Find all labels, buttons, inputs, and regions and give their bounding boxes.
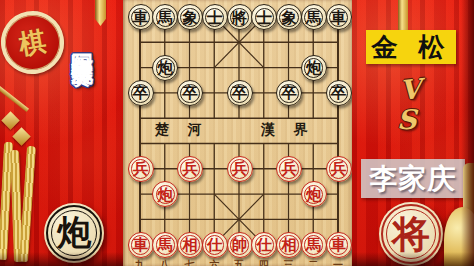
- piece-black-soldier[interactable]: 卒: [276, 80, 302, 106]
- piece-red-soldier[interactable]: 兵: [326, 156, 352, 182]
- player-name-top: 金 松: [366, 30, 456, 64]
- piece-black-horse[interactable]: 馬: [152, 4, 178, 30]
- file-number: 七: [177, 258, 202, 266]
- right-curtain-panel: 金 松 V S 李家庆 将: [352, 0, 474, 266]
- piece-red-chariot[interactable]: 車: [128, 232, 154, 258]
- piece-black-elephant[interactable]: 象: [276, 4, 302, 30]
- piece-black-horse[interactable]: 馬: [301, 4, 327, 30]
- piece-red-cannon[interactable]: 炮: [152, 181, 178, 207]
- file-number: 九: [128, 258, 153, 266]
- piece-red-elephant[interactable]: 相: [177, 232, 203, 258]
- tassel-knot-icon: [1, 111, 19, 129]
- file-number-row: 九八七六五四三二一: [128, 258, 351, 266]
- curtain-edge-shade: [461, 0, 474, 266]
- piece-red-elephant[interactable]: 相: [276, 232, 302, 258]
- piece-red-soldier[interactable]: 兵: [177, 156, 203, 182]
- piece-red-horse[interactable]: 馬: [301, 232, 327, 258]
- piece-black-soldier[interactable]: 卒: [227, 80, 253, 106]
- file-number: 一: [326, 258, 351, 266]
- curtain-pendant-icon: [95, 0, 106, 26]
- piece-black-cannon[interactable]: 炮: [152, 55, 178, 81]
- thumbnail-stage: 棋 国际象棋交流赛 炮 楚 河 漢 界 車馬象士將士象馬車炮炮卒卒卒卒卒兵兵兵兵…: [0, 0, 474, 266]
- vs-letter-s: S: [397, 104, 417, 135]
- tassel-fringe-icon: [19, 146, 36, 262]
- left-curtain-panel: 棋 国际象棋交流赛 炮: [0, 0, 123, 266]
- file-number: 四: [251, 258, 276, 266]
- piece-red-advisor[interactable]: 仕: [202, 232, 228, 258]
- tassel-knot-icon: [12, 127, 30, 145]
- piece-black-soldier[interactable]: 卒: [177, 80, 203, 106]
- xiangqi-board: 楚 河 漢 界 車馬象士將士象馬車炮炮卒卒卒卒卒兵兵兵兵兵炮炮車馬相仕帥仕相馬車…: [123, 0, 353, 266]
- piece-red-advisor[interactable]: 仕: [251, 232, 277, 258]
- panel-shade: [352, 252, 474, 266]
- piece-black-advisor[interactable]: 士: [202, 4, 228, 30]
- file-number: 八: [152, 258, 177, 266]
- piece-black-soldier[interactable]: 卒: [326, 80, 352, 106]
- file-number: 六: [202, 258, 227, 266]
- file-number: 二: [301, 258, 326, 266]
- piece-black-chariot[interactable]: 車: [128, 4, 154, 30]
- piece-black-elephant[interactable]: 象: [177, 4, 203, 30]
- piece-red-soldier[interactable]: 兵: [128, 156, 154, 182]
- piece-grid: 車馬象士將士象馬車炮炮卒卒卒卒卒兵兵兵兵兵炮炮車馬相仕帥仕相馬車: [128, 4, 351, 257]
- vs-letter-v: V: [398, 73, 422, 106]
- file-number: 五: [227, 258, 252, 266]
- piece-red-general[interactable]: 帥: [227, 232, 253, 258]
- piece-black-general[interactable]: 將: [227, 4, 253, 30]
- piece-red-chariot[interactable]: 車: [326, 232, 352, 258]
- player-name-bottom: 李家庆: [361, 159, 465, 198]
- seal-character: 棋: [16, 22, 49, 62]
- piece-black-cannon[interactable]: 炮: [301, 55, 327, 81]
- chess-seal-stamp: 棋: [0, 6, 69, 79]
- piece-red-soldier[interactable]: 兵: [227, 156, 253, 182]
- piece-black-advisor[interactable]: 士: [251, 4, 277, 30]
- event-title: 国际象棋交流赛: [69, 36, 97, 204]
- panel-shade: [0, 252, 123, 266]
- file-number: 三: [276, 258, 301, 266]
- piece-red-soldier[interactable]: 兵: [276, 156, 302, 182]
- piece-black-chariot[interactable]: 車: [326, 4, 352, 30]
- black-cannon-character: 炮: [57, 210, 91, 256]
- tassel-cord-icon: [0, 84, 29, 112]
- piece-red-horse[interactable]: 馬: [152, 232, 178, 258]
- piece-red-cannon[interactable]: 炮: [301, 181, 327, 207]
- piece-black-soldier[interactable]: 卒: [128, 80, 154, 106]
